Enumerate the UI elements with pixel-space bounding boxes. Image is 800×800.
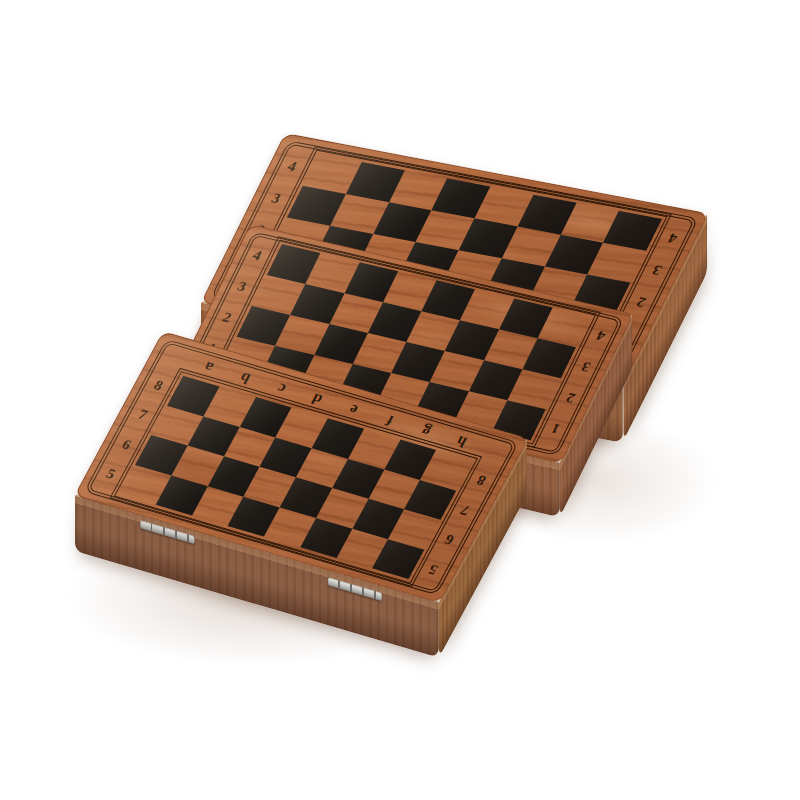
product-photo-scene: 4321 4321 4321 4321 abcdefgh 8765	[0, 0, 800, 800]
